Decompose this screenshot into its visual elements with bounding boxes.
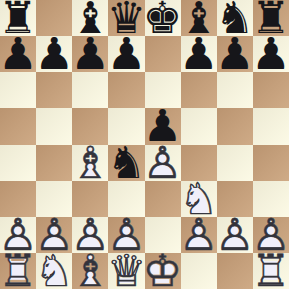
square-h4[interactable] — [253, 145, 289, 181]
square-e4[interactable]: ♟♙ — [145, 145, 181, 181]
white-pawn: ♟♙ — [181, 217, 217, 253]
square-c1[interactable]: ♝♗ — [72, 253, 108, 289]
white-queen: ♛♕ — [108, 253, 144, 289]
square-d7[interactable]: ♟ — [108, 36, 144, 72]
black-pawn: ♟ — [72, 36, 108, 72]
black-pawn: ♟ — [217, 36, 253, 72]
square-e1[interactable]: ♚♔ — [145, 253, 181, 289]
square-a7[interactable]: ♟ — [0, 36, 36, 72]
square-b7[interactable]: ♟ — [36, 36, 72, 72]
white-bishop: ♝♗ — [72, 145, 108, 181]
square-g4[interactable] — [217, 145, 253, 181]
square-f6[interactable] — [181, 72, 217, 108]
black-pawn: ♟ — [36, 36, 72, 72]
white-pawn: ♟♙ — [217, 217, 253, 253]
black-pawn: ♟ — [108, 36, 144, 72]
square-c6[interactable] — [72, 72, 108, 108]
square-b1[interactable]: ♞♘ — [36, 253, 72, 289]
square-h5[interactable] — [253, 108, 289, 144]
square-g6[interactable] — [217, 72, 253, 108]
square-h6[interactable] — [253, 72, 289, 108]
square-b4[interactable] — [36, 145, 72, 181]
white-rook: ♜♖ — [0, 253, 36, 289]
square-g5[interactable] — [217, 108, 253, 144]
black-pawn: ♟ — [181, 36, 217, 72]
black-king: ♚ — [145, 0, 181, 36]
square-g2[interactable]: ♟♙ — [217, 217, 253, 253]
square-f7[interactable]: ♟ — [181, 36, 217, 72]
square-h7[interactable]: ♟ — [253, 36, 289, 72]
square-d6[interactable] — [108, 72, 144, 108]
square-g1[interactable] — [217, 253, 253, 289]
square-f2[interactable]: ♟♙ — [181, 217, 217, 253]
square-c4[interactable]: ♝♗ — [72, 145, 108, 181]
square-h1[interactable]: ♜♖ — [253, 253, 289, 289]
square-a5[interactable] — [0, 108, 36, 144]
white-bishop: ♝♗ — [72, 253, 108, 289]
square-a1[interactable]: ♜♖ — [0, 253, 36, 289]
white-rook: ♜♖ — [253, 253, 289, 289]
square-a6[interactable] — [0, 72, 36, 108]
white-king: ♚♔ — [145, 253, 181, 289]
square-d1[interactable]: ♛♕ — [108, 253, 144, 289]
square-e8[interactable]: ♚ — [145, 0, 181, 36]
square-b6[interactable] — [36, 72, 72, 108]
square-g7[interactable]: ♟ — [217, 36, 253, 72]
chess-board: ♜♝♛♚♝♞♜♟♟♟♟♟♟♟♟♝♗♞♟♙♞♘♟♙♟♙♟♙♟♙♟♙♟♙♟♙♜♖♞♘… — [0, 0, 289, 289]
square-c7[interactable]: ♟ — [72, 36, 108, 72]
square-f1[interactable] — [181, 253, 217, 289]
black-pawn: ♟ — [0, 36, 36, 72]
black-pawn: ♟ — [253, 36, 289, 72]
square-d4[interactable]: ♞ — [108, 145, 144, 181]
square-e3[interactable] — [145, 181, 181, 217]
white-knight: ♞♘ — [36, 253, 72, 289]
square-e7[interactable] — [145, 36, 181, 72]
white-pawn: ♟♙ — [145, 145, 181, 181]
square-b5[interactable] — [36, 108, 72, 144]
black-knight: ♞ — [108, 145, 144, 181]
square-f5[interactable] — [181, 108, 217, 144]
square-a4[interactable] — [0, 145, 36, 181]
